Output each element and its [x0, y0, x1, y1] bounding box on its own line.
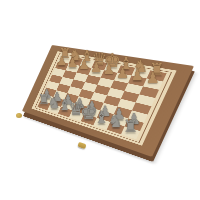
black-pawn-h7[interactable]: ♟	[146, 71, 160, 86]
black-pawn-a7[interactable]: ♟	[56, 55, 67, 67]
black-pawn-d7[interactable]: ♟	[90, 61, 102, 74]
white-rook-h1[interactable]: ♜	[123, 118, 138, 135]
black-pawn-g7[interactable]: ♟	[131, 68, 144, 83]
black-pawn-f7[interactable]: ♟	[116, 66, 129, 80]
black-pawn-b7[interactable]: ♟	[67, 57, 78, 70]
chess-set-photo: ♜♞♝♛♚♝♞♜♟♟♟♟♟♟♟♟♟♟♟♟♟♟♟♟♜♞♝♛♚♝♞♜	[0, 0, 200, 200]
pieces-layer: ♜♞♝♛♚♝♞♜♟♟♟♟♟♟♟♟♟♟♟♟♟♟♟♟♜♞♝♛♚♝♞♜	[0, 0, 200, 200]
black-pawn-e7[interactable]: ♟	[103, 63, 115, 77]
white-knight-g1[interactable]: ♞	[108, 113, 123, 130]
black-pawn-c7[interactable]: ♟	[78, 59, 90, 72]
